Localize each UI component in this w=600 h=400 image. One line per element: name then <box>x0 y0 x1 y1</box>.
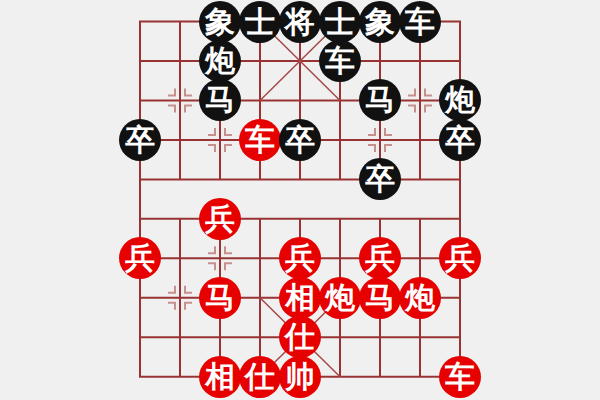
piece-black-horse[interactable]: 马 <box>199 79 241 121</box>
piece-black-elephant[interactable]: 象 <box>359 1 401 43</box>
piece-red-pawn[interactable]: 兵 <box>119 237 161 279</box>
piece-black-elephant[interactable]: 象 <box>199 1 241 43</box>
piece-black-chariot[interactable]: 车 <box>399 1 441 43</box>
piece-black-pawn[interactable]: 卒 <box>439 119 481 161</box>
piece-red-king[interactable]: 帅 <box>279 356 321 398</box>
piece-red-pawn[interactable]: 兵 <box>439 237 481 279</box>
xiangqi-app: 象士将士象车炮车马马炮卒车卒卒卒兵兵兵兵兵马相炮马炮仕相仕帅车 <box>0 0 600 400</box>
piece-red-cannon[interactable]: 炮 <box>399 277 441 319</box>
piece-black-advisor[interactable]: 士 <box>319 1 361 43</box>
piece-red-advisor[interactable]: 仕 <box>239 356 281 398</box>
piece-black-pawn[interactable]: 卒 <box>119 119 161 161</box>
piece-red-elephant[interactable]: 相 <box>279 277 321 319</box>
piece-red-horse[interactable]: 马 <box>359 277 401 319</box>
piece-black-cannon[interactable]: 炮 <box>439 79 481 121</box>
piece-red-pawn[interactable]: 兵 <box>199 198 241 240</box>
piece-black-chariot[interactable]: 车 <box>319 40 361 82</box>
piece-red-chariot[interactable]: 车 <box>439 356 481 398</box>
piece-black-cannon[interactable]: 炮 <box>199 40 241 82</box>
piece-red-horse[interactable]: 马 <box>199 277 241 319</box>
piece-red-cannon[interactable]: 炮 <box>319 277 361 319</box>
piece-red-chariot[interactable]: 车 <box>239 119 281 161</box>
piece-red-elephant[interactable]: 相 <box>199 356 241 398</box>
piece-red-pawn[interactable]: 兵 <box>279 237 321 279</box>
piece-black-horse[interactable]: 马 <box>359 79 401 121</box>
piece-black-pawn[interactable]: 卒 <box>359 158 401 200</box>
piece-red-pawn[interactable]: 兵 <box>359 237 401 279</box>
piece-black-advisor[interactable]: 士 <box>239 1 281 43</box>
piece-black-king[interactable]: 将 <box>279 1 321 43</box>
piece-black-pawn[interactable]: 卒 <box>279 119 321 161</box>
piece-red-advisor[interactable]: 仕 <box>279 316 321 358</box>
